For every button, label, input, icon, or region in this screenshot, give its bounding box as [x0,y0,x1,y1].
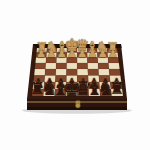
piece-white-pawn-g2: ♟ [47,48,57,59]
piece-white-pawn-d2: ♟ [77,48,87,59]
pieces-layer: ♜♞♝♚♛♝♞♜♟♟♟♟♟♟♟♟♟♟♟♟♟♟♟♟♜♞♝♚♛♝♞♜ [0,0,150,150]
piece-white-pawn-a2: ♟ [108,48,118,59]
piece-white-pawn-e2: ♟ [67,48,77,59]
piece-black-rook-a8: ♜ [110,82,125,99]
piece-white-pawn-h2: ♟ [36,48,46,59]
piece-white-pawn-c2: ♟ [88,48,98,59]
chess-set-photo: ♜♞♝♚♛♝♞♜♟♟♟♟♟♟♟♟♟♟♟♟♟♟♟♟♜♞♝♚♛♝♞♜ [0,0,150,150]
piece-white-pawn-f2: ♟ [57,48,67,59]
piece-white-pawn-b2: ♟ [98,48,108,59]
